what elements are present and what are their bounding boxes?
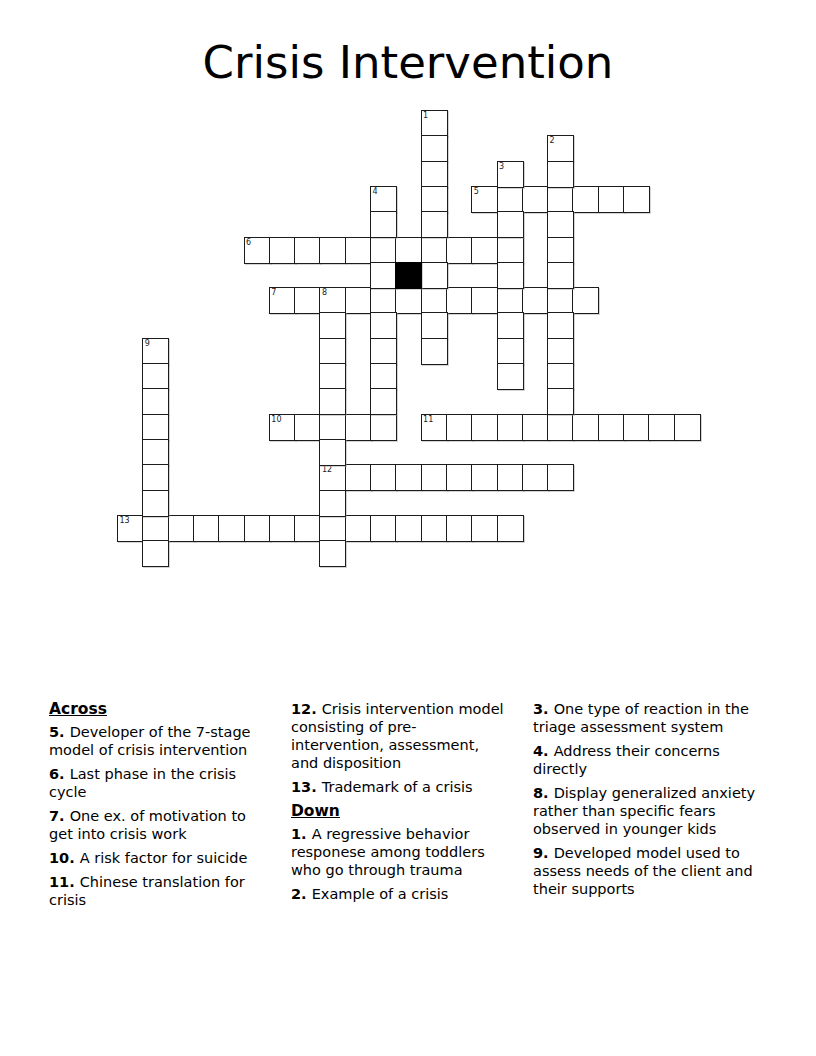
grid-cell[interactable] bbox=[142, 490, 169, 517]
grid-cell[interactable] bbox=[319, 237, 346, 264]
grid-cell[interactable] bbox=[522, 414, 549, 441]
grid-cell[interactable] bbox=[370, 338, 397, 365]
clue-down-1: 1. A regressive behavior responese among… bbox=[291, 825, 509, 879]
clue-number-label: 1 bbox=[423, 111, 428, 120]
grid-cell[interactable] bbox=[395, 287, 422, 314]
grid-cell[interactable] bbox=[497, 186, 524, 213]
clue-across-10: 10. A risk factor for suicide bbox=[49, 849, 267, 867]
clue-number: 1. bbox=[291, 826, 312, 842]
grid-cell[interactable] bbox=[395, 237, 422, 264]
crossword-page: Crisis Intervention 56781011121312349 Ac… bbox=[0, 0, 816, 1056]
grid-cell[interactable] bbox=[522, 287, 549, 314]
grid-cell[interactable] bbox=[168, 515, 195, 542]
grid-cell[interactable] bbox=[421, 186, 448, 213]
grid-cell[interactable] bbox=[142, 464, 169, 491]
grid-cell[interactable] bbox=[142, 515, 169, 542]
clue-number: 5. bbox=[49, 724, 70, 740]
grid-cell[interactable] bbox=[421, 515, 448, 542]
grid-cell[interactable] bbox=[319, 338, 346, 365]
clue-number-label: 11 bbox=[423, 415, 433, 424]
clue-number: 9. bbox=[533, 845, 554, 861]
grid-cell[interactable] bbox=[547, 312, 574, 339]
grid-cell[interactable] bbox=[319, 490, 346, 517]
grid-cell[interactable] bbox=[269, 515, 296, 542]
grid-cell[interactable] bbox=[345, 515, 372, 542]
grid-cell[interactable] bbox=[421, 338, 448, 365]
clue-column: 3. One type of reaction in the triage as… bbox=[533, 700, 765, 915]
clue-down-8: 8. Display generalized anxiety rather th… bbox=[533, 784, 765, 838]
grid-cell[interactable] bbox=[547, 186, 574, 213]
clue-number: 11. bbox=[49, 874, 80, 890]
crossword-grid: 56781011121312349 bbox=[0, 0, 816, 620]
clue-number-label: 10 bbox=[271, 415, 281, 424]
grid-cell[interactable] bbox=[319, 312, 346, 339]
grid-cell[interactable] bbox=[345, 237, 372, 264]
clue-number: 13. bbox=[291, 779, 322, 795]
grid-cell[interactable] bbox=[471, 515, 498, 542]
grid-cell[interactable] bbox=[497, 363, 524, 390]
grid-cell[interactable] bbox=[446, 464, 473, 491]
grid-cell[interactable]: 1 bbox=[421, 110, 448, 137]
black-cell bbox=[395, 262, 422, 289]
clue-down-4: 4. Address their concerns directly bbox=[533, 742, 765, 778]
clue-across-6: 6. Last phase in the crisis cycle bbox=[49, 765, 267, 801]
grid-cell[interactable] bbox=[370, 312, 397, 339]
grid-cell[interactable] bbox=[421, 161, 448, 188]
grid-cell[interactable]: 10 bbox=[269, 414, 296, 441]
grid-cell[interactable]: 5 bbox=[471, 186, 498, 213]
grid-cell[interactable] bbox=[395, 515, 422, 542]
grid-cell[interactable] bbox=[421, 135, 448, 162]
grid-cell[interactable] bbox=[421, 287, 448, 314]
grid-cell[interactable]: 12 bbox=[319, 464, 346, 491]
grid-cell[interactable] bbox=[446, 515, 473, 542]
grid-cell[interactable] bbox=[623, 186, 650, 213]
clue-across-7: 7. One ex. of motivation to get into cri… bbox=[49, 807, 267, 843]
grid-cell[interactable] bbox=[421, 211, 448, 238]
grid-cell[interactable] bbox=[547, 338, 574, 365]
clue-number-label: 12 bbox=[322, 465, 332, 474]
clue-number-label: 4 bbox=[373, 187, 378, 196]
grid-cell[interactable] bbox=[244, 515, 271, 542]
grid-cell[interactable] bbox=[547, 237, 574, 264]
grid-cell[interactable] bbox=[345, 464, 372, 491]
grid-cell[interactable] bbox=[319, 439, 346, 466]
clue-number: 2. bbox=[291, 886, 312, 902]
grid-cell[interactable] bbox=[522, 464, 549, 491]
grid-cell[interactable] bbox=[319, 363, 346, 390]
grid-cell[interactable] bbox=[294, 515, 321, 542]
clues-section: Across5. Developer of the 7-stage model … bbox=[49, 700, 779, 915]
grid-cell[interactable] bbox=[572, 414, 599, 441]
clue-number-label: 5 bbox=[474, 187, 479, 196]
clue-number-label: 9 bbox=[145, 339, 150, 348]
grid-cell[interactable] bbox=[547, 388, 574, 415]
clue-number: 10. bbox=[49, 850, 80, 866]
grid-cell[interactable] bbox=[497, 237, 524, 264]
grid-cell[interactable] bbox=[218, 515, 245, 542]
grid-cell[interactable] bbox=[142, 388, 169, 415]
grid-cell[interactable] bbox=[370, 363, 397, 390]
grid-cell[interactable]: 2 bbox=[547, 135, 574, 162]
grid-cell[interactable] bbox=[370, 464, 397, 491]
clue-number: 6. bbox=[49, 766, 70, 782]
grid-cell[interactable]: 11 bbox=[421, 414, 448, 441]
clue-down-2: 2. Example of a crisis bbox=[291, 885, 509, 903]
grid-cell[interactable] bbox=[345, 414, 372, 441]
grid-cell[interactable] bbox=[269, 237, 296, 264]
grid-cell[interactable] bbox=[319, 414, 346, 441]
grid-cell[interactable] bbox=[497, 338, 524, 365]
clue-down-9: 9. Developed model used to assess needs … bbox=[533, 844, 765, 898]
grid-cell[interactable] bbox=[497, 515, 524, 542]
grid-cell[interactable] bbox=[193, 515, 220, 542]
grid-cell[interactable]: 9 bbox=[142, 338, 169, 365]
grid-cell[interactable] bbox=[446, 237, 473, 264]
grid-cell[interactable] bbox=[497, 414, 524, 441]
grid-cell[interactable] bbox=[370, 414, 397, 441]
down-heading: Down bbox=[291, 802, 509, 820]
grid-cell[interactable] bbox=[572, 186, 599, 213]
grid-cell[interactable] bbox=[623, 414, 650, 441]
clue-number: 12. bbox=[291, 701, 322, 717]
across-heading: Across bbox=[49, 700, 267, 718]
grid-cell[interactable]: 4 bbox=[370, 186, 397, 213]
grid-cell[interactable] bbox=[142, 540, 169, 567]
grid-cell[interactable] bbox=[572, 287, 599, 314]
grid-cell[interactable] bbox=[319, 540, 346, 567]
grid-cell[interactable] bbox=[294, 287, 321, 314]
grid-cell[interactable] bbox=[547, 464, 574, 491]
clue-number-label: 6 bbox=[246, 238, 251, 247]
grid-cell[interactable] bbox=[497, 287, 524, 314]
grid-cell[interactable] bbox=[497, 464, 524, 491]
grid-cell[interactable] bbox=[497, 262, 524, 289]
grid-cell[interactable] bbox=[370, 211, 397, 238]
clue-number: 3. bbox=[533, 701, 554, 717]
grid-cell[interactable] bbox=[370, 515, 397, 542]
grid-cell[interactable] bbox=[497, 211, 524, 238]
grid-cell[interactable] bbox=[446, 287, 473, 314]
grid-cell[interactable] bbox=[598, 186, 625, 213]
grid-cell[interactable]: 6 bbox=[244, 237, 271, 264]
grid-cell[interactable] bbox=[319, 515, 346, 542]
grid-cell[interactable] bbox=[547, 287, 574, 314]
clue-number: 8. bbox=[533, 785, 554, 801]
grid-cell[interactable] bbox=[547, 363, 574, 390]
grid-cell[interactable] bbox=[395, 464, 422, 491]
grid-cell[interactable] bbox=[370, 237, 397, 264]
grid-cell[interactable] bbox=[471, 414, 498, 441]
grid-cell[interactable]: 13 bbox=[117, 515, 144, 542]
grid-cell[interactable] bbox=[142, 363, 169, 390]
grid-cell[interactable] bbox=[319, 388, 346, 415]
clue-across-11: 11. Chinese translation for crisis bbox=[49, 873, 267, 909]
grid-cell[interactable] bbox=[547, 262, 574, 289]
grid-cell[interactable] bbox=[446, 414, 473, 441]
clue-column: Across5. Developer of the 7-stage model … bbox=[49, 700, 267, 915]
grid-cell[interactable] bbox=[421, 237, 448, 264]
grid-cell[interactable] bbox=[598, 414, 625, 441]
grid-cell[interactable]: 8 bbox=[319, 287, 346, 314]
grid-cell[interactable] bbox=[547, 211, 574, 238]
grid-cell[interactable] bbox=[497, 312, 524, 339]
grid-cell[interactable] bbox=[294, 414, 321, 441]
grid-cell[interactable] bbox=[421, 312, 448, 339]
grid-cell[interactable] bbox=[471, 464, 498, 491]
grid-cell[interactable] bbox=[648, 414, 675, 441]
grid-cell[interactable] bbox=[471, 287, 498, 314]
clue-across-13: 13. Trademark of a crisis bbox=[291, 778, 509, 796]
grid-cell[interactable] bbox=[370, 388, 397, 415]
clue-number-label: 3 bbox=[499, 162, 504, 171]
grid-cell[interactable] bbox=[674, 414, 701, 441]
grid-cell[interactable] bbox=[547, 161, 574, 188]
clue-column: 12. Crisis intervention model consisting… bbox=[291, 700, 509, 915]
clue-across-5: 5. Developer of the 7-stage model of cri… bbox=[49, 723, 267, 759]
grid-cell[interactable] bbox=[294, 237, 321, 264]
grid-cell[interactable] bbox=[345, 287, 372, 314]
grid-cell[interactable] bbox=[142, 414, 169, 441]
clue-number: 7. bbox=[49, 808, 70, 824]
grid-cell[interactable]: 7 bbox=[269, 287, 296, 314]
grid-cell[interactable] bbox=[547, 414, 574, 441]
grid-cell[interactable] bbox=[370, 262, 397, 289]
grid-cell[interactable] bbox=[471, 237, 498, 264]
clue-number: 4. bbox=[533, 743, 554, 759]
grid-cell[interactable] bbox=[421, 262, 448, 289]
clue-number-label: 13 bbox=[120, 516, 130, 525]
clue-number-label: 8 bbox=[322, 288, 327, 297]
clue-down-3: 3. One type of reaction in the triage as… bbox=[533, 700, 765, 736]
grid-cell[interactable] bbox=[522, 186, 549, 213]
clue-number-label: 7 bbox=[271, 288, 276, 297]
grid-cell[interactable] bbox=[370, 287, 397, 314]
clue-number-label: 2 bbox=[550, 136, 555, 145]
grid-cell[interactable] bbox=[421, 464, 448, 491]
grid-cell[interactable] bbox=[142, 439, 169, 466]
clue-across-12: 12. Crisis intervention model consisting… bbox=[291, 700, 509, 772]
grid-cell[interactable]: 3 bbox=[497, 161, 524, 188]
